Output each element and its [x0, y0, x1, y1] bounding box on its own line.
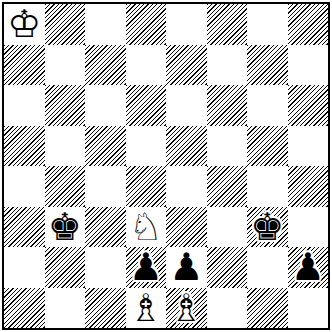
- chess-diagram: ♚♔♚♚♞♘♚♚♟♟♟♟♟♟♝♗♝♗: [0, 0, 332, 332]
- square-a2[interactable]: [4, 247, 45, 288]
- square-e6[interactable]: [166, 85, 207, 126]
- square-a1[interactable]: [4, 288, 45, 329]
- square-b5[interactable]: [45, 126, 86, 167]
- piece-glyph: ♚: [247, 207, 288, 248]
- square-a5[interactable]: [4, 126, 45, 167]
- square-f7[interactable]: [207, 45, 248, 86]
- square-h3[interactable]: [288, 207, 329, 248]
- piece-glyph: ♟: [126, 247, 167, 288]
- square-g5[interactable]: [247, 126, 288, 167]
- square-g4[interactable]: [247, 166, 288, 207]
- square-g7[interactable]: [247, 45, 288, 86]
- square-e4[interactable]: [166, 166, 207, 207]
- piece-glyph: ♟: [288, 247, 329, 288]
- square-e2[interactable]: ♟♟: [166, 247, 207, 288]
- square-h2[interactable]: ♟♟: [288, 247, 329, 288]
- black-pawn[interactable]: ♟♟: [166, 247, 207, 288]
- square-f8[interactable]: [207, 4, 248, 45]
- square-f2[interactable]: [207, 247, 248, 288]
- square-b3[interactable]: ♚♚: [45, 207, 86, 248]
- square-h1[interactable]: [288, 288, 329, 329]
- square-d8[interactable]: [126, 4, 167, 45]
- square-b2[interactable]: [45, 247, 86, 288]
- square-e3[interactable]: [166, 207, 207, 248]
- square-h5[interactable]: [288, 126, 329, 167]
- square-a4[interactable]: [4, 166, 45, 207]
- piece-glyph: ♟: [166, 247, 207, 288]
- square-a3[interactable]: [4, 207, 45, 248]
- square-c7[interactable]: [85, 45, 126, 86]
- black-pawn[interactable]: ♟♟: [288, 247, 329, 288]
- square-b6[interactable]: [45, 85, 86, 126]
- square-b1[interactable]: [45, 288, 86, 329]
- piece-glyph: ♚: [45, 207, 86, 248]
- piece-glyph: ♘: [126, 207, 167, 248]
- square-a8[interactable]: ♚♔: [4, 4, 45, 45]
- square-d2[interactable]: ♟♟: [126, 247, 167, 288]
- black-king[interactable]: ♚♚: [247, 207, 288, 248]
- chess-board: ♚♔♚♚♞♘♚♚♟♟♟♟♟♟♝♗♝♗: [2, 2, 330, 330]
- square-d5[interactable]: [126, 126, 167, 167]
- square-e1[interactable]: ♝♗: [166, 288, 207, 329]
- black-king[interactable]: ♚♚: [45, 207, 86, 248]
- square-f1[interactable]: [207, 288, 248, 329]
- square-e5[interactable]: [166, 126, 207, 167]
- square-e7[interactable]: [166, 45, 207, 86]
- square-a7[interactable]: [4, 45, 45, 86]
- square-e8[interactable]: [166, 4, 207, 45]
- square-c4[interactable]: [85, 166, 126, 207]
- square-d1[interactable]: ♝♗: [126, 288, 167, 329]
- square-f3[interactable]: [207, 207, 248, 248]
- square-b8[interactable]: [45, 4, 86, 45]
- square-c2[interactable]: [85, 247, 126, 288]
- square-h8[interactable]: [288, 4, 329, 45]
- square-f5[interactable]: [207, 126, 248, 167]
- square-g2[interactable]: [247, 247, 288, 288]
- white-king[interactable]: ♚♔: [4, 4, 45, 45]
- square-g1[interactable]: [247, 288, 288, 329]
- square-d7[interactable]: [126, 45, 167, 86]
- square-h4[interactable]: [288, 166, 329, 207]
- square-d4[interactable]: [126, 166, 167, 207]
- piece-glyph: ♗: [126, 288, 167, 329]
- square-f4[interactable]: [207, 166, 248, 207]
- square-c5[interactable]: [85, 126, 126, 167]
- square-b7[interactable]: [45, 45, 86, 86]
- square-h7[interactable]: [288, 45, 329, 86]
- square-c8[interactable]: [85, 4, 126, 45]
- square-g3[interactable]: ♚♚: [247, 207, 288, 248]
- square-h6[interactable]: [288, 85, 329, 126]
- square-g6[interactable]: [247, 85, 288, 126]
- square-f6[interactable]: [207, 85, 248, 126]
- square-c1[interactable]: [85, 288, 126, 329]
- black-pawn[interactable]: ♟♟: [126, 247, 167, 288]
- piece-glyph: ♗: [166, 288, 207, 329]
- square-g8[interactable]: [247, 4, 288, 45]
- white-knight[interactable]: ♞♘: [126, 207, 167, 248]
- square-d6[interactable]: [126, 85, 167, 126]
- piece-glyph: ♔: [4, 4, 45, 45]
- square-b4[interactable]: [45, 166, 86, 207]
- square-d3[interactable]: ♞♘: [126, 207, 167, 248]
- white-bishop[interactable]: ♝♗: [166, 288, 207, 329]
- square-c3[interactable]: [85, 207, 126, 248]
- square-c6[interactable]: [85, 85, 126, 126]
- white-bishop[interactable]: ♝♗: [126, 288, 167, 329]
- square-a6[interactable]: [4, 85, 45, 126]
